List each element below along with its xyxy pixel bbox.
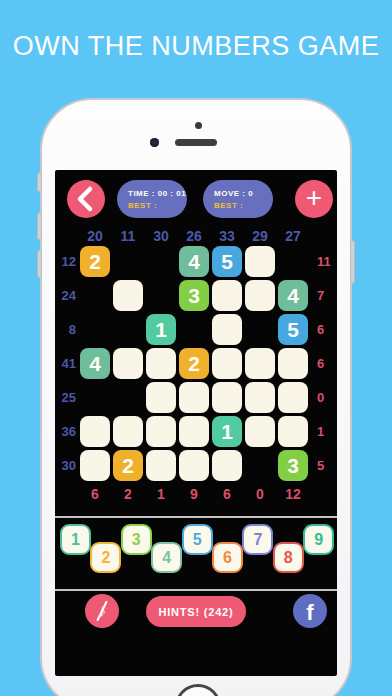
- col-total-6: 0: [245, 484, 275, 504]
- cell-r6c1[interactable]: [80, 416, 110, 447]
- tray-tile-9[interactable]: 9: [303, 524, 334, 555]
- row-total-right-7: 5: [311, 450, 337, 481]
- cell-r4c5[interactable]: [212, 348, 242, 379]
- col-header-5: 33: [212, 228, 242, 243]
- move-best: BEST :: [214, 201, 273, 210]
- volume-down-button[interactable]: [37, 250, 42, 278]
- move-pill: MOVE : 0 BEST :: [203, 180, 273, 218]
- board-corner-br: [311, 484, 337, 504]
- cell-r3c6: [245, 314, 275, 345]
- cell-r4c3[interactable]: [146, 348, 176, 379]
- row-header-left-5: 25: [55, 382, 77, 413]
- cell-r3c7[interactable]: 5: [278, 314, 308, 345]
- time-value: TIME : 00 : 01: [128, 189, 187, 198]
- tray-tile-7[interactable]: 7: [242, 524, 273, 555]
- back-button[interactable]: [67, 180, 105, 218]
- cell-r3c3[interactable]: 1: [146, 314, 176, 345]
- board-corner-bl: [55, 484, 77, 504]
- cell-r3c4: [179, 314, 209, 345]
- facebook-button[interactable]: f: [293, 594, 327, 628]
- time-best: BEST :: [128, 201, 187, 210]
- col-header-3: 30: [146, 228, 176, 243]
- row-total-right-6: 1: [311, 416, 337, 447]
- col-header-4: 26: [179, 228, 209, 243]
- col-header-2: 11: [113, 228, 143, 243]
- cell-r6c7[interactable]: [278, 416, 308, 447]
- cell-r5c7[interactable]: [278, 382, 308, 413]
- game-screen: TIME : 00 : 01 BEST : MOVE : 0 BEST : + …: [55, 170, 337, 676]
- cell-r7c3[interactable]: [146, 450, 176, 481]
- cell-r6c6[interactable]: [245, 416, 275, 447]
- tray-tile-5[interactable]: 5: [182, 524, 213, 555]
- tray-tile-1[interactable]: 1: [60, 524, 91, 555]
- cell-r3c5[interactable]: [212, 314, 242, 345]
- cell-r3c1: [80, 314, 110, 345]
- cell-r7c6: [245, 450, 275, 481]
- tray-tile-8[interactable]: 8: [273, 542, 304, 573]
- col-header-7: 27: [278, 228, 308, 243]
- cell-r4c6[interactable]: [245, 348, 275, 379]
- row-header-left-2: 24: [55, 280, 77, 311]
- cell-r5c4[interactable]: [179, 382, 209, 413]
- cell-r4c1[interactable]: 4: [80, 348, 110, 379]
- cell-r4c7[interactable]: [278, 348, 308, 379]
- cell-r4c2[interactable]: [113, 348, 143, 379]
- cell-r7c5[interactable]: [212, 450, 242, 481]
- row-total-right-4: 6: [311, 348, 337, 379]
- cell-r2c1: [80, 280, 110, 311]
- cell-r2c4[interactable]: 3: [179, 280, 209, 311]
- cell-r4c4[interactable]: 2: [179, 348, 209, 379]
- col-total-7: 12: [278, 484, 308, 504]
- cell-r5c5[interactable]: [212, 382, 242, 413]
- hints-button[interactable]: HINTS! (242): [146, 596, 246, 627]
- cell-r5c6[interactable]: [245, 382, 275, 413]
- col-header-1: 20: [80, 228, 110, 243]
- front-camera: [150, 138, 159, 147]
- col-total-1: 6: [80, 484, 110, 504]
- cell-r2c5[interactable]: [212, 280, 242, 311]
- row-header-left-3: 8: [55, 314, 77, 345]
- row-header-left-7: 30: [55, 450, 77, 481]
- tray-tile-6[interactable]: 6: [212, 542, 243, 573]
- cell-r6c5[interactable]: 1: [212, 416, 242, 447]
- page-title: OWN THE NUMBERS GAME: [0, 31, 392, 62]
- cell-r5c3[interactable]: [146, 382, 176, 413]
- col-total-4: 9: [179, 484, 209, 504]
- app-store-screenshot: OWN THE NUMBERS GAME TIME : 00 : 01 BEST…: [0, 0, 392, 696]
- cell-r7c4[interactable]: [179, 450, 209, 481]
- row-header-left-1: 12: [55, 246, 77, 277]
- proximity-sensor-dot: [195, 122, 202, 129]
- cell-r1c2: [113, 246, 143, 277]
- board-corner-tl: [55, 228, 77, 243]
- home-button[interactable]: [175, 684, 221, 696]
- tray-tile-4[interactable]: 4: [151, 542, 182, 573]
- move-value: MOVE : 0: [214, 189, 273, 198]
- col-total-3: 1: [146, 484, 176, 504]
- row-total-right-5: 0: [311, 382, 337, 413]
- cell-r3c2: [113, 314, 143, 345]
- number-tray: 123456789: [57, 522, 335, 582]
- cell-r1c5[interactable]: 5: [212, 246, 242, 277]
- cell-r2c7[interactable]: 4: [278, 280, 308, 311]
- earpiece-speaker: [175, 139, 217, 146]
- row-header-left-6: 36: [55, 416, 77, 447]
- col-total-2: 2: [113, 484, 143, 504]
- divider-top: [55, 516, 337, 518]
- iphone-frame: TIME : 00 : 01 BEST : MOVE : 0 BEST : + …: [40, 98, 352, 696]
- cell-r6c3[interactable]: [146, 416, 176, 447]
- sound-toggle-button[interactable]: ♪: [85, 594, 119, 628]
- row-header-left-4: 41: [55, 348, 77, 379]
- col-total-5: 6: [212, 484, 242, 504]
- chevron-left-icon: [67, 180, 105, 218]
- cell-r2c6[interactable]: [245, 280, 275, 311]
- cell-r7c1[interactable]: [80, 450, 110, 481]
- cell-r5c2: [113, 382, 143, 413]
- volume-up-button[interactable]: [37, 212, 42, 240]
- cell-r1c6[interactable]: [245, 246, 275, 277]
- divider-bottom: [55, 589, 337, 591]
- cell-r2c2[interactable]: [113, 280, 143, 311]
- mute-switch[interactable]: [37, 172, 42, 192]
- col-header-6: 29: [245, 228, 275, 243]
- tray-tile-2[interactable]: 2: [90, 542, 121, 573]
- row-total-right-1: 11: [311, 246, 337, 277]
- time-pill: TIME : 00 : 01 BEST :: [117, 180, 187, 218]
- cell-r5c1: [80, 382, 110, 413]
- tray-tile-3[interactable]: 3: [121, 524, 152, 555]
- cell-r7c2[interactable]: 2: [113, 450, 143, 481]
- row-total-right-3: 6: [311, 314, 337, 345]
- board-corner-tr: [311, 228, 337, 243]
- add-button[interactable]: +: [295, 180, 333, 218]
- cell-r1c3: [146, 246, 176, 277]
- cell-r7c7[interactable]: 3: [278, 450, 308, 481]
- cell-r1c4[interactable]: 4: [179, 246, 209, 277]
- cell-r2c3: [146, 280, 176, 311]
- cell-r1c7: [278, 246, 308, 277]
- power-button[interactable]: [350, 240, 355, 284]
- puzzle-board: 2011302633292712245112434781564142625036…: [55, 228, 337, 504]
- cell-r6c2[interactable]: [113, 416, 143, 447]
- cell-r1c1[interactable]: 2: [80, 246, 110, 277]
- row-total-right-2: 7: [311, 280, 337, 311]
- cell-r6c4[interactable]: [179, 416, 209, 447]
